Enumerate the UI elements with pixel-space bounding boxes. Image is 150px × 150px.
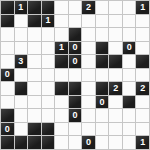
empty-cell-1-1[interactable] bbox=[15, 15, 28, 28]
wall-cell-6-4 bbox=[55, 82, 68, 95]
wall-cell-4-10 bbox=[136, 55, 149, 68]
empty-cell-9-6[interactable] bbox=[82, 123, 95, 136]
empty-cell-7-4[interactable] bbox=[55, 96, 68, 109]
empty-cell-2-3[interactable] bbox=[42, 28, 55, 41]
empty-cell-5-2[interactable] bbox=[28, 69, 41, 82]
wall-cell-8-0 bbox=[1, 109, 14, 122]
empty-cell-1-10[interactable] bbox=[136, 15, 149, 28]
clue-cell-0-6: 2 bbox=[82, 1, 95, 14]
wall-cell-6-1 bbox=[15, 82, 28, 95]
empty-cell-0-8[interactable] bbox=[109, 1, 122, 14]
empty-cell-2-2[interactable] bbox=[28, 28, 41, 41]
empty-cell-1-7[interactable] bbox=[96, 15, 109, 28]
empty-cell-4-2[interactable] bbox=[28, 55, 41, 68]
empty-cell-10-7[interactable] bbox=[96, 136, 109, 149]
empty-cell-3-3[interactable] bbox=[42, 42, 55, 55]
empty-cell-10-9[interactable] bbox=[123, 136, 136, 149]
empty-cell-1-9[interactable] bbox=[123, 15, 136, 28]
empty-cell-4-9[interactable] bbox=[123, 55, 136, 68]
empty-cell-9-4[interactable] bbox=[55, 123, 68, 136]
wall-cell-0-3 bbox=[42, 1, 55, 14]
wall-cell-1-0 bbox=[1, 15, 14, 28]
empty-cell-7-10[interactable] bbox=[136, 96, 149, 109]
empty-cell-9-10[interactable] bbox=[136, 123, 149, 136]
wall-cell-2-5 bbox=[69, 28, 82, 41]
empty-cell-8-10[interactable] bbox=[136, 109, 149, 122]
empty-cell-8-3[interactable] bbox=[42, 109, 55, 122]
empty-cell-2-7[interactable] bbox=[96, 28, 109, 41]
empty-cell-0-7[interactable] bbox=[96, 1, 109, 14]
empty-cell-9-9[interactable] bbox=[123, 123, 136, 136]
empty-cell-1-6[interactable] bbox=[82, 15, 95, 28]
empty-cell-5-7[interactable] bbox=[96, 69, 109, 82]
empty-cell-4-6[interactable] bbox=[82, 55, 95, 68]
clue-cell-9-0: 0 bbox=[1, 123, 14, 136]
clue-cell-10-6: 0 bbox=[82, 136, 95, 149]
empty-cell-2-6[interactable] bbox=[82, 28, 95, 41]
empty-cell-0-4[interactable] bbox=[55, 1, 68, 14]
clue-cell-8-5: 0 bbox=[69, 109, 82, 122]
clue-cell-3-4: 1 bbox=[55, 42, 68, 55]
empty-cell-9-5[interactable] bbox=[69, 123, 82, 136]
clue-cell-4-5: 0 bbox=[69, 55, 82, 68]
empty-cell-5-4[interactable] bbox=[55, 69, 68, 82]
wall-cell-7-9 bbox=[123, 96, 136, 109]
wall-cell-10-0 bbox=[1, 136, 14, 149]
empty-cell-5-10[interactable] bbox=[136, 69, 149, 82]
empty-cell-2-1[interactable] bbox=[15, 28, 28, 41]
empty-cell-5-8[interactable] bbox=[109, 69, 122, 82]
wall-cell-6-5 bbox=[69, 82, 82, 95]
empty-cell-8-9[interactable] bbox=[123, 109, 136, 122]
clue-cell-1-3: 1 bbox=[42, 15, 55, 28]
wall-cell-1-2 bbox=[28, 15, 41, 28]
empty-cell-9-7[interactable] bbox=[96, 123, 109, 136]
empty-cell-7-1[interactable] bbox=[15, 96, 28, 109]
wall-cell-6-7 bbox=[96, 82, 109, 95]
clue-cell-10-10: 1 bbox=[136, 136, 149, 149]
empty-cell-1-4[interactable] bbox=[55, 15, 68, 28]
empty-cell-6-2[interactable] bbox=[28, 82, 41, 95]
empty-cell-1-8[interactable] bbox=[109, 15, 122, 28]
empty-cell-7-6[interactable] bbox=[82, 96, 95, 109]
empty-cell-3-10[interactable] bbox=[136, 42, 149, 55]
empty-cell-5-3[interactable] bbox=[42, 69, 55, 82]
empty-cell-6-6[interactable] bbox=[82, 82, 95, 95]
empty-cell-3-6[interactable] bbox=[82, 42, 95, 55]
wall-cell-10-1 bbox=[15, 136, 28, 149]
empty-cell-6-0[interactable] bbox=[1, 82, 14, 95]
wall-cell-4-7 bbox=[96, 55, 109, 68]
wall-cell-0-0 bbox=[1, 1, 14, 14]
wall-cell-0-2 bbox=[28, 1, 41, 14]
empty-cell-10-4[interactable] bbox=[55, 136, 68, 149]
empty-cell-0-5[interactable] bbox=[69, 1, 82, 14]
empty-cell-8-2[interactable] bbox=[28, 109, 41, 122]
empty-cell-3-8[interactable] bbox=[109, 42, 122, 55]
clue-cell-4-1: 3 bbox=[15, 55, 28, 68]
empty-cell-4-0[interactable] bbox=[1, 55, 14, 68]
empty-cell-7-2[interactable] bbox=[28, 96, 41, 109]
clue-cell-0-1: 1 bbox=[15, 1, 28, 14]
empty-cell-4-3[interactable] bbox=[42, 55, 55, 68]
clue-cell-0-10: 1 bbox=[136, 1, 149, 14]
empty-cell-5-9[interactable] bbox=[123, 69, 136, 82]
empty-cell-8-4[interactable] bbox=[55, 109, 68, 122]
empty-cell-2-10[interactable] bbox=[136, 28, 149, 41]
empty-cell-10-5[interactable] bbox=[69, 136, 82, 149]
empty-cell-8-6[interactable] bbox=[82, 109, 95, 122]
clue-cell-6-10: 2 bbox=[136, 82, 149, 95]
empty-cell-3-1[interactable] bbox=[15, 42, 28, 55]
wall-cell-9-2 bbox=[28, 123, 41, 136]
empty-cell-10-8[interactable] bbox=[109, 136, 122, 149]
empty-cell-0-9[interactable] bbox=[123, 1, 136, 14]
empty-cell-2-0[interactable] bbox=[1, 28, 14, 41]
wall-cell-4-4 bbox=[55, 55, 68, 68]
empty-cell-7-8[interactable] bbox=[109, 96, 122, 109]
empty-cell-6-9[interactable] bbox=[123, 82, 136, 95]
empty-cell-6-3[interactable] bbox=[42, 82, 55, 95]
wall-cell-3-7 bbox=[96, 42, 109, 55]
akari-board: 12111003002200001 bbox=[0, 0, 150, 150]
empty-cell-2-8[interactable] bbox=[109, 28, 122, 41]
empty-cell-5-1[interactable] bbox=[15, 69, 28, 82]
empty-cell-5-6[interactable] bbox=[82, 69, 95, 82]
wall-cell-9-3 bbox=[42, 123, 55, 136]
empty-cell-2-9[interactable] bbox=[123, 28, 136, 41]
empty-cell-2-4[interactable] bbox=[55, 28, 68, 41]
clue-cell-3-9: 0 bbox=[123, 42, 136, 55]
empty-cell-8-1[interactable] bbox=[15, 109, 28, 122]
empty-cell-1-5[interactable] bbox=[69, 15, 82, 28]
empty-cell-8-8[interactable] bbox=[109, 109, 122, 122]
wall-cell-10-2 bbox=[28, 136, 41, 149]
wall-cell-7-5 bbox=[69, 96, 82, 109]
empty-cell-9-8[interactable] bbox=[109, 123, 122, 136]
empty-cell-3-2[interactable] bbox=[28, 42, 41, 55]
wall-cell-10-3 bbox=[42, 136, 55, 149]
empty-cell-5-5[interactable] bbox=[69, 69, 82, 82]
clue-cell-3-5: 0 bbox=[69, 42, 82, 55]
empty-cell-9-1[interactable] bbox=[15, 123, 28, 136]
wall-cell-4-8 bbox=[109, 55, 122, 68]
empty-cell-8-7[interactable] bbox=[96, 109, 109, 122]
empty-cell-7-3[interactable] bbox=[42, 96, 55, 109]
clue-cell-5-0: 0 bbox=[1, 69, 14, 82]
empty-cell-3-0[interactable] bbox=[1, 42, 14, 55]
clue-cell-6-8: 2 bbox=[109, 82, 122, 95]
clue-cell-7-7: 0 bbox=[96, 96, 109, 109]
empty-cell-7-0[interactable] bbox=[1, 96, 14, 109]
